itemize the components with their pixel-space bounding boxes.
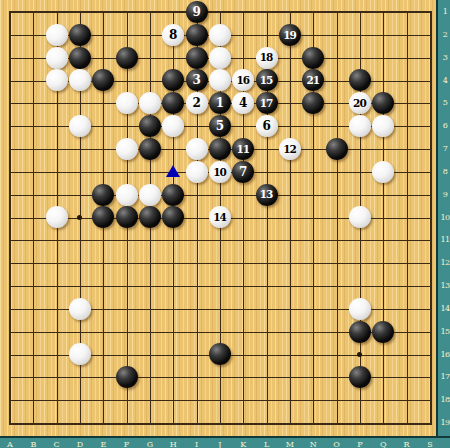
point-E5[interactable] [92,92,115,115]
point-G10[interactable] [138,206,161,229]
point-N3[interactable] [302,46,325,69]
point-D9[interactable] [68,183,91,206]
point-L16[interactable] [255,343,278,366]
point-L3[interactable]: 18 [255,46,278,69]
point-E15[interactable] [92,320,115,343]
point-M12[interactable] [278,252,301,275]
point-C2[interactable] [45,23,68,46]
point-I4[interactable]: 3 [185,69,208,92]
point-Q15[interactable] [372,320,395,343]
point-L7[interactable] [255,138,278,161]
point-E4[interactable] [92,69,115,92]
point-L17[interactable] [255,366,278,389]
point-F12[interactable] [115,252,138,275]
point-A11[interactable] [0,229,22,252]
point-B14[interactable] [22,297,45,320]
point-J4[interactable] [208,69,231,92]
point-Q2[interactable] [372,23,395,46]
point-C6[interactable] [45,115,68,138]
point-F2[interactable] [115,23,138,46]
point-B3[interactable] [22,46,45,69]
point-G16[interactable] [138,343,161,366]
point-L19[interactable] [255,411,278,434]
point-P12[interactable] [348,252,371,275]
point-O8[interactable] [325,160,348,183]
point-D19[interactable] [68,411,91,434]
point-H12[interactable] [162,252,185,275]
point-C18[interactable] [45,389,68,412]
point-B8[interactable] [22,160,45,183]
point-O6[interactable] [325,115,348,138]
point-D12[interactable] [68,252,91,275]
point-I17[interactable] [185,366,208,389]
point-R3[interactable] [395,46,418,69]
point-D3[interactable] [68,46,91,69]
point-L15[interactable] [255,320,278,343]
point-L12[interactable] [255,252,278,275]
point-O4[interactable] [325,69,348,92]
point-J9[interactable] [208,183,231,206]
point-H14[interactable] [162,297,185,320]
point-D16[interactable] [68,343,91,366]
point-O3[interactable] [325,46,348,69]
point-E16[interactable] [92,343,115,366]
point-I16[interactable] [185,343,208,366]
point-C12[interactable] [45,252,68,275]
point-N9[interactable] [302,183,325,206]
point-H10[interactable] [162,206,185,229]
point-E7[interactable] [92,138,115,161]
point-O11[interactable] [325,229,348,252]
point-H1[interactable] [162,1,185,24]
point-R15[interactable] [395,320,418,343]
point-M15[interactable] [278,320,301,343]
point-E19[interactable] [92,411,115,434]
point-G9[interactable] [138,183,161,206]
point-R13[interactable] [395,275,418,298]
point-O16[interactable] [325,343,348,366]
point-P13[interactable] [348,275,371,298]
point-M14[interactable] [278,297,301,320]
point-I13[interactable] [185,275,208,298]
point-I12[interactable] [185,252,208,275]
point-L14[interactable] [255,297,278,320]
point-R16[interactable] [395,343,418,366]
point-I3[interactable] [185,46,208,69]
point-J7[interactable] [208,138,231,161]
point-P19[interactable] [348,411,371,434]
point-E1[interactable] [92,1,115,24]
point-O14[interactable] [325,297,348,320]
point-E17[interactable] [92,366,115,389]
point-G14[interactable] [138,297,161,320]
point-Q10[interactable] [372,206,395,229]
point-B1[interactable] [22,1,45,24]
point-M5[interactable] [278,92,301,115]
point-A13[interactable] [0,275,22,298]
point-B10[interactable] [22,206,45,229]
point-L6[interactable]: 6 [255,115,278,138]
point-P7[interactable] [348,138,371,161]
point-F16[interactable] [115,343,138,366]
point-E13[interactable] [92,275,115,298]
point-G1[interactable] [138,1,161,24]
point-A17[interactable] [0,366,22,389]
point-M3[interactable] [278,46,301,69]
point-L9[interactable]: 13 [255,183,278,206]
point-N14[interactable] [302,297,325,320]
point-H6[interactable] [162,115,185,138]
point-F18[interactable] [115,389,138,412]
point-I19[interactable] [185,411,208,434]
go-board[interactable]: 981918316152121417205611121071314 [0,1,442,435]
point-G8[interactable] [138,160,161,183]
point-D18[interactable] [68,389,91,412]
point-A5[interactable] [0,92,22,115]
point-G7[interactable] [138,138,161,161]
point-E9[interactable] [92,183,115,206]
point-E8[interactable] [92,160,115,183]
point-H5[interactable] [162,92,185,115]
point-B5[interactable] [22,92,45,115]
point-C16[interactable] [45,343,68,366]
point-P2[interactable] [348,23,371,46]
point-J2[interactable] [208,23,231,46]
point-K16[interactable] [232,343,255,366]
point-N15[interactable] [302,320,325,343]
point-G6[interactable] [138,115,161,138]
point-K1[interactable] [232,1,255,24]
point-O15[interactable] [325,320,348,343]
point-Q8[interactable] [372,160,395,183]
point-B17[interactable] [22,366,45,389]
point-Q17[interactable] [372,366,395,389]
point-I6[interactable] [185,115,208,138]
point-R1[interactable] [395,1,418,24]
point-H11[interactable] [162,229,185,252]
point-A6[interactable] [0,115,22,138]
point-P5[interactable]: 20 [348,92,371,115]
point-Q6[interactable] [372,115,395,138]
point-G4[interactable] [138,69,161,92]
point-E14[interactable] [92,297,115,320]
point-L2[interactable] [255,23,278,46]
point-C1[interactable] [45,1,68,24]
point-R17[interactable] [395,366,418,389]
point-G15[interactable] [138,320,161,343]
point-L5[interactable]: 17 [255,92,278,115]
point-N1[interactable] [302,1,325,24]
point-B7[interactable] [22,138,45,161]
point-K7[interactable]: 11 [232,138,255,161]
point-C4[interactable] [45,69,68,92]
point-P9[interactable] [348,183,371,206]
point-F9[interactable] [115,183,138,206]
point-A14[interactable] [0,297,22,320]
point-A12[interactable] [0,252,22,275]
point-H8[interactable] [162,160,185,183]
point-I2[interactable] [185,23,208,46]
point-O2[interactable] [325,23,348,46]
point-C19[interactable] [45,411,68,434]
point-M2[interactable]: 19 [278,23,301,46]
point-I9[interactable] [185,183,208,206]
point-J14[interactable] [208,297,231,320]
point-K6[interactable] [232,115,255,138]
point-B12[interactable] [22,252,45,275]
point-A7[interactable] [0,138,22,161]
point-A9[interactable] [0,183,22,206]
point-F10[interactable] [115,206,138,229]
point-L8[interactable] [255,160,278,183]
point-O1[interactable] [325,1,348,24]
point-I5[interactable]: 2 [185,92,208,115]
point-O12[interactable] [325,252,348,275]
point-Q7[interactable] [372,138,395,161]
point-R7[interactable] [395,138,418,161]
point-K12[interactable] [232,252,255,275]
point-I14[interactable] [185,297,208,320]
point-E18[interactable] [92,389,115,412]
point-C5[interactable] [45,92,68,115]
point-N6[interactable] [302,115,325,138]
point-P6[interactable] [348,115,371,138]
point-L4[interactable]: 15 [255,69,278,92]
point-P11[interactable] [348,229,371,252]
point-B19[interactable] [22,411,45,434]
point-R8[interactable] [395,160,418,183]
point-F15[interactable] [115,320,138,343]
point-A1[interactable] [0,1,22,24]
point-M16[interactable] [278,343,301,366]
point-B4[interactable] [22,69,45,92]
point-K18[interactable] [232,389,255,412]
point-O7[interactable] [325,138,348,161]
point-Q18[interactable] [372,389,395,412]
point-H17[interactable] [162,366,185,389]
point-D5[interactable] [68,92,91,115]
point-E2[interactable] [92,23,115,46]
point-L13[interactable] [255,275,278,298]
point-R18[interactable] [395,389,418,412]
point-Q5[interactable] [372,92,395,115]
point-O17[interactable] [325,366,348,389]
point-L1[interactable] [255,1,278,24]
point-D1[interactable] [68,1,91,24]
point-I10[interactable] [185,206,208,229]
point-P10[interactable] [348,206,371,229]
point-K8[interactable]: 7 [232,160,255,183]
point-N5[interactable] [302,92,325,115]
point-M4[interactable] [278,69,301,92]
point-O5[interactable] [325,92,348,115]
point-A16[interactable] [0,343,22,366]
point-A3[interactable] [0,46,22,69]
point-F14[interactable] [115,297,138,320]
point-J17[interactable] [208,366,231,389]
point-J3[interactable] [208,46,231,69]
point-G11[interactable] [138,229,161,252]
point-R14[interactable] [395,297,418,320]
point-C9[interactable] [45,183,68,206]
point-N18[interactable] [302,389,325,412]
point-A19[interactable] [0,411,22,434]
point-E12[interactable] [92,252,115,275]
point-O13[interactable] [325,275,348,298]
point-H16[interactable] [162,343,185,366]
point-C14[interactable] [45,297,68,320]
point-M18[interactable] [278,389,301,412]
point-D10[interactable] [68,206,91,229]
point-J1[interactable] [208,1,231,24]
point-N17[interactable] [302,366,325,389]
point-G19[interactable] [138,411,161,434]
point-C13[interactable] [45,275,68,298]
point-J12[interactable] [208,252,231,275]
point-M17[interactable] [278,366,301,389]
point-J8[interactable]: 10 [208,160,231,183]
point-C15[interactable] [45,320,68,343]
point-J18[interactable] [208,389,231,412]
point-F4[interactable] [115,69,138,92]
point-L18[interactable] [255,389,278,412]
point-M10[interactable] [278,206,301,229]
point-H7[interactable] [162,138,185,161]
point-G3[interactable] [138,46,161,69]
point-L10[interactable] [255,206,278,229]
point-Q3[interactable] [372,46,395,69]
point-I11[interactable] [185,229,208,252]
point-H9[interactable] [162,183,185,206]
point-D7[interactable] [68,138,91,161]
point-B9[interactable] [22,183,45,206]
point-F13[interactable] [115,275,138,298]
point-D14[interactable] [68,297,91,320]
point-J13[interactable] [208,275,231,298]
point-K17[interactable] [232,366,255,389]
point-D13[interactable] [68,275,91,298]
point-E11[interactable] [92,229,115,252]
point-R2[interactable] [395,23,418,46]
point-O9[interactable] [325,183,348,206]
point-R9[interactable] [395,183,418,206]
point-M9[interactable] [278,183,301,206]
point-R4[interactable] [395,69,418,92]
point-H4[interactable] [162,69,185,92]
point-N2[interactable] [302,23,325,46]
point-J10[interactable]: 14 [208,206,231,229]
point-F1[interactable] [115,1,138,24]
point-N7[interactable] [302,138,325,161]
point-J16[interactable] [208,343,231,366]
point-K15[interactable] [232,320,255,343]
point-A8[interactable] [0,160,22,183]
point-G18[interactable] [138,389,161,412]
point-C7[interactable] [45,138,68,161]
point-K3[interactable] [232,46,255,69]
point-I15[interactable] [185,320,208,343]
point-I18[interactable] [185,389,208,412]
point-D2[interactable] [68,23,91,46]
point-M1[interactable] [278,1,301,24]
point-D4[interactable] [68,69,91,92]
point-F19[interactable] [115,411,138,434]
point-R6[interactable] [395,115,418,138]
point-G13[interactable] [138,275,161,298]
point-N10[interactable] [302,206,325,229]
point-B15[interactable] [22,320,45,343]
point-B18[interactable] [22,389,45,412]
point-P18[interactable] [348,389,371,412]
point-B2[interactable] [22,23,45,46]
point-F17[interactable] [115,366,138,389]
point-O10[interactable] [325,206,348,229]
point-H15[interactable] [162,320,185,343]
point-R12[interactable] [395,252,418,275]
point-B16[interactable] [22,343,45,366]
point-N13[interactable] [302,275,325,298]
point-F7[interactable] [115,138,138,161]
point-R11[interactable] [395,229,418,252]
point-L11[interactable] [255,229,278,252]
point-M13[interactable] [278,275,301,298]
point-F11[interactable] [115,229,138,252]
point-F8[interactable] [115,160,138,183]
point-J19[interactable] [208,411,231,434]
point-N4[interactable]: 21 [302,69,325,92]
point-Q1[interactable] [372,1,395,24]
point-R5[interactable] [395,92,418,115]
point-P3[interactable] [348,46,371,69]
point-Q12[interactable] [372,252,395,275]
point-I7[interactable] [185,138,208,161]
point-M7[interactable]: 12 [278,138,301,161]
point-E6[interactable] [92,115,115,138]
point-P4[interactable] [348,69,371,92]
point-A4[interactable] [0,69,22,92]
point-H2[interactable]: 8 [162,23,185,46]
point-N12[interactable] [302,252,325,275]
point-Q19[interactable] [372,411,395,434]
point-P17[interactable] [348,366,371,389]
point-R19[interactable] [395,411,418,434]
point-P15[interactable] [348,320,371,343]
point-Q4[interactable] [372,69,395,92]
point-H13[interactable] [162,275,185,298]
point-K10[interactable] [232,206,255,229]
point-D8[interactable] [68,160,91,183]
point-D15[interactable] [68,320,91,343]
point-C11[interactable] [45,229,68,252]
point-M19[interactable] [278,411,301,434]
point-C17[interactable] [45,366,68,389]
point-O18[interactable] [325,389,348,412]
point-M6[interactable] [278,115,301,138]
point-R10[interactable] [395,206,418,229]
point-F6[interactable] [115,115,138,138]
point-Q11[interactable] [372,229,395,252]
point-N19[interactable] [302,411,325,434]
point-K5[interactable]: 4 [232,92,255,115]
point-H18[interactable] [162,389,185,412]
point-P8[interactable] [348,160,371,183]
point-K4[interactable]: 16 [232,69,255,92]
point-J11[interactable] [208,229,231,252]
point-A2[interactable] [0,23,22,46]
point-Q9[interactable] [372,183,395,206]
point-F5[interactable] [115,92,138,115]
point-N8[interactable] [302,160,325,183]
